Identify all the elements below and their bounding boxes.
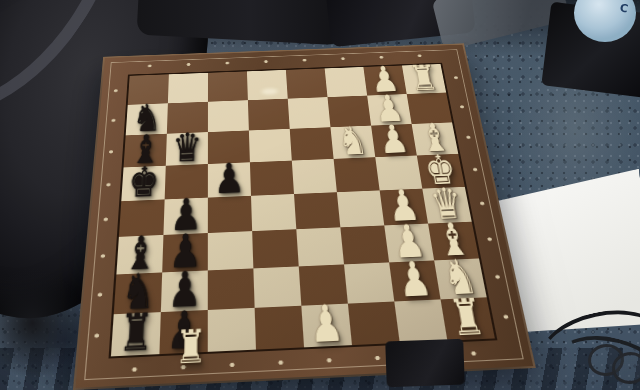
square-d5[interactable] — [251, 194, 296, 231]
spare-white-rook[interactable]: ♜ — [175, 324, 207, 372]
square-b2[interactable]: ♟ — [389, 260, 440, 301]
piece-white-knight-f3[interactable]: ♞ — [336, 120, 370, 160]
square-b3[interactable] — [344, 262, 394, 303]
square-h5[interactable] — [247, 70, 288, 100]
square-c5[interactable] — [252, 229, 299, 268]
square-a4[interactable]: ♟ — [301, 304, 352, 348]
piece-white-rook-h1[interactable]: ♜ — [407, 59, 441, 95]
piece-black-king-e8[interactable]: ♚ — [127, 160, 159, 202]
square-f2[interactable]: ♟ — [371, 124, 417, 157]
piece-black-pawn-e6[interactable]: ♟ — [214, 157, 245, 199]
square-b6[interactable] — [208, 268, 255, 310]
square-h3[interactable] — [325, 67, 367, 97]
chess-board: ♟♜♞♟♝♛♞♟♝♚♟♚♟♟♛♝♟♟♝♞♟♟♞♜♟♟♜ ♜ — [75, 45, 533, 388]
square-d4[interactable] — [294, 192, 340, 229]
dark-box — [385, 339, 465, 388]
square-f4[interactable] — [290, 127, 334, 160]
square-f3[interactable]: ♞ — [330, 126, 375, 159]
photo-scene: R C ♟♜♞♟♝♛♞♟♝♚♟♚♟♟♛♝♟♟♝♞♟♟♞♜♟♟♜ ♜ — [0, 0, 640, 390]
chair-base-shadow — [0, 268, 85, 378]
square-a3[interactable] — [348, 301, 400, 345]
piece-white-rook-a1[interactable]: ♜ — [446, 291, 488, 343]
square-d3[interactable] — [337, 190, 384, 227]
board-frame: ♟♜♞♟♝♛♞♟♝♚♟♚♟♟♛♝♟♟♝♞♟♟♞♜♟♟♜ — [75, 45, 533, 388]
square-e4[interactable] — [292, 159, 337, 194]
piece-white-pawn-b2[interactable]: ♟ — [395, 254, 434, 303]
square-h4[interactable] — [286, 68, 328, 98]
square-a8[interactable]: ♜ — [111, 312, 161, 356]
square-g5[interactable] — [248, 99, 290, 131]
square-h6[interactable] — [208, 71, 248, 101]
piece-white-pawn-f2[interactable]: ♟ — [376, 119, 411, 159]
square-g4[interactable] — [288, 97, 331, 129]
square-c6[interactable] — [208, 231, 254, 270]
square-c4[interactable] — [296, 227, 344, 266]
square-e5[interactable] — [250, 161, 294, 196]
square-g6[interactable] — [208, 100, 249, 132]
square-f5[interactable] — [249, 129, 292, 162]
square-a5[interactable] — [255, 306, 304, 350]
square-c3[interactable] — [340, 225, 389, 264]
square-h7[interactable] — [168, 73, 208, 103]
square-b5[interactable] — [253, 266, 301, 307]
play-area: ♟♜♞♟♝♛♞♟♝♚♟♚♟♟♛♝♟♟♝♞♟♟♞♜♟♟♜ — [111, 64, 495, 356]
square-e8[interactable]: ♚ — [121, 166, 165, 202]
square-f7[interactable]: ♛ — [166, 132, 208, 166]
square-h1[interactable]: ♜ — [402, 64, 446, 94]
square-a1[interactable]: ♜ — [441, 297, 495, 340]
piece-white-pawn-a4[interactable]: ♟ — [308, 297, 346, 349]
ball-marking: C — [619, 1, 630, 15]
piece-black-rook-a8[interactable]: ♜ — [118, 305, 154, 358]
square-e6[interactable]: ♟ — [208, 162, 251, 197]
square-a6[interactable] — [208, 308, 256, 352]
piece-black-queen-f7[interactable]: ♛ — [172, 127, 202, 167]
